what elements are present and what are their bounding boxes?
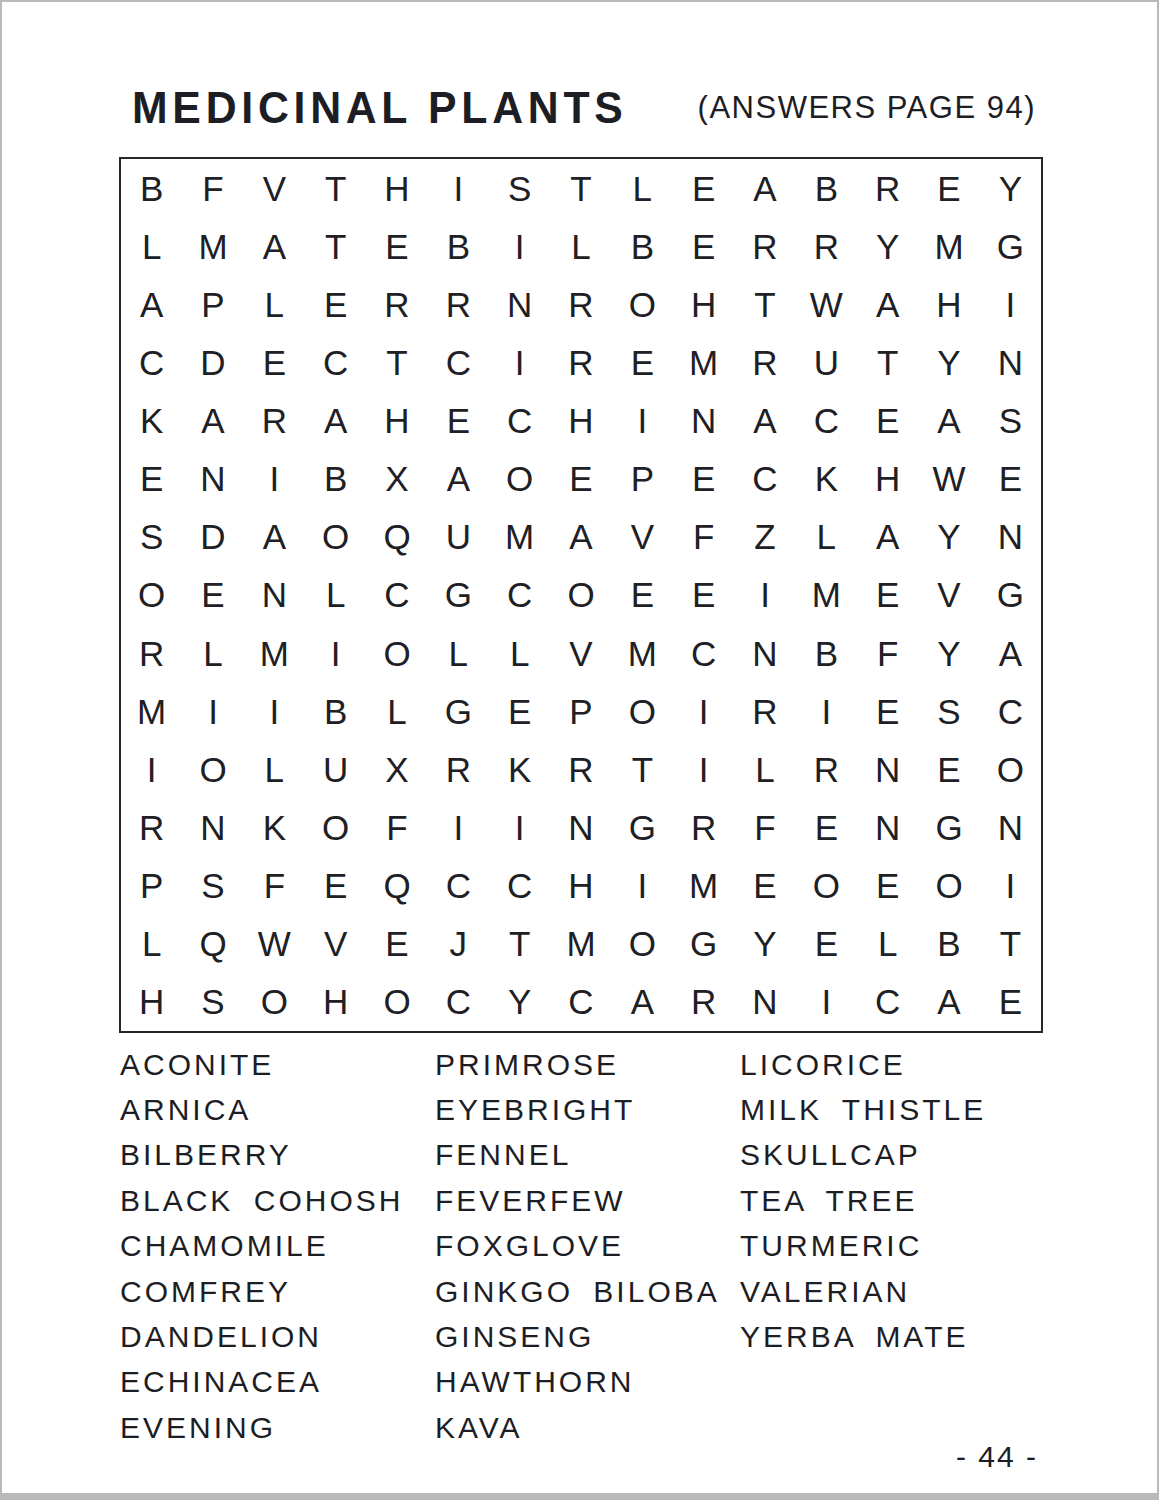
grid-cell-r15c6: C xyxy=(428,973,489,1031)
grid-cell-r14c5: E xyxy=(366,915,427,973)
grid-cell-r13c7: C xyxy=(489,857,550,915)
word-item: VALERIAN xyxy=(740,1269,986,1314)
grid-cell-r15c15: E xyxy=(980,973,1041,1031)
grid-cell-r3c12: W xyxy=(796,275,857,333)
grid-cell-r6c1: E xyxy=(121,450,182,508)
grid-cell-r6c4: B xyxy=(305,450,366,508)
grid-cell-r13c5: Q xyxy=(366,857,427,915)
grid-cell-r12c7: I xyxy=(489,798,550,856)
grid-cell-r7c6: U xyxy=(428,508,489,566)
grid-cell-r12c9: G xyxy=(612,798,673,856)
grid-cell-r7c12: L xyxy=(796,508,857,566)
grid-cell-r10c7: E xyxy=(489,682,550,740)
grid-cell-r6c7: O xyxy=(489,450,550,508)
grid-cell-r2c9: B xyxy=(612,217,673,275)
grid-cell-r7c9: V xyxy=(612,508,673,566)
grid-cell-r5c3: R xyxy=(244,392,305,450)
word-item: FEVERFEW xyxy=(435,1178,720,1223)
grid-cell-r1c10: E xyxy=(673,159,734,217)
word-item: HAWTHORN xyxy=(435,1360,720,1405)
grid-cell-r14c2: Q xyxy=(182,915,243,973)
grid-cell-r1c11: A xyxy=(734,159,795,217)
grid-cell-r9c14: Y xyxy=(918,624,979,682)
grid-cell-r8c3: N xyxy=(244,566,305,624)
grid-cell-r4c2: D xyxy=(182,333,243,391)
grid-cell-r6c8: E xyxy=(550,450,611,508)
word-item: GINSENG xyxy=(435,1314,720,1359)
grid-cell-r14c4: V xyxy=(305,915,366,973)
grid-cell-r12c11: F xyxy=(734,798,795,856)
grid-cell-r6c12: K xyxy=(796,450,857,508)
grid-cell-r7c11: Z xyxy=(734,508,795,566)
grid-cell-r11c9: T xyxy=(612,740,673,798)
word-item: MILK THISTLE xyxy=(740,1087,986,1132)
grid-cell-r1c15: Y xyxy=(980,159,1041,217)
word-list-column-1: ACONITEARNICABILBERRYBLACK COHOSHCHAMOMI… xyxy=(120,1042,403,1451)
grid-cell-r8c15: G xyxy=(980,566,1041,624)
grid-cell-r2c14: M xyxy=(918,217,979,275)
grid-cell-r14c1: L xyxy=(121,915,182,973)
grid-cell-r6c15: E xyxy=(980,450,1041,508)
grid-cell-r1c5: H xyxy=(366,159,427,217)
grid-cell-r9c7: L xyxy=(489,624,550,682)
grid-cell-r3c1: A xyxy=(121,275,182,333)
grid-cell-r4c13: T xyxy=(857,333,918,391)
grid-cell-r14c9: O xyxy=(612,915,673,973)
grid-cell-r9c10: C xyxy=(673,624,734,682)
grid-cell-r5c13: E xyxy=(857,392,918,450)
grid-cell-r12c8: N xyxy=(550,798,611,856)
grid-cell-r7c2: D xyxy=(182,508,243,566)
grid-cell-r1c2: F xyxy=(182,159,243,217)
grid-cell-r3c5: R xyxy=(366,275,427,333)
grid-cell-r2c2: M xyxy=(182,217,243,275)
grid-cell-r10c14: S xyxy=(918,682,979,740)
grid-cell-r13c1: P xyxy=(121,857,182,915)
word-item: BILBERRY xyxy=(120,1133,403,1178)
grid-cell-r10c13: E xyxy=(857,682,918,740)
grid-cell-r5c12: C xyxy=(796,392,857,450)
grid-cell-r11c7: K xyxy=(489,740,550,798)
word-item: SKULLCAP xyxy=(740,1133,986,1178)
word-item: FOXGLOVE xyxy=(435,1224,720,1269)
grid-cell-r5c7: C xyxy=(489,392,550,450)
grid-cell-r2c11: R xyxy=(734,217,795,275)
grid-cell-r15c11: N xyxy=(734,973,795,1031)
word-item: YERBA MATE xyxy=(740,1314,986,1359)
grid-cell-r15c2: S xyxy=(182,973,243,1031)
grid-cell-r2c13: Y xyxy=(857,217,918,275)
grid-cell-r6c14: W xyxy=(918,450,979,508)
grid-cell-r14c7: T xyxy=(489,915,550,973)
grid-cell-r1c12: B xyxy=(796,159,857,217)
grid-cell-r7c7: M xyxy=(489,508,550,566)
grid-cell-r11c10: I xyxy=(673,740,734,798)
word-item: EYEBRIGHT xyxy=(435,1087,720,1132)
grid-cell-r9c12: B xyxy=(796,624,857,682)
grid-cell-r5c4: A xyxy=(305,392,366,450)
grid-cell-r11c4: U xyxy=(305,740,366,798)
grid-cell-r14c10: G xyxy=(673,915,734,973)
grid-cell-r2c12: R xyxy=(796,217,857,275)
grid-cell-r3c15: I xyxy=(980,275,1041,333)
grid-cell-r10c3: I xyxy=(244,682,305,740)
grid-cell-r3c7: N xyxy=(489,275,550,333)
grid-cell-r14c14: B xyxy=(918,915,979,973)
grid-cell-r11c15: O xyxy=(980,740,1041,798)
grid-cell-r10c8: P xyxy=(550,682,611,740)
grid-cell-r6c11: C xyxy=(734,450,795,508)
grid-cell-r9c5: O xyxy=(366,624,427,682)
grid-cell-r7c8: A xyxy=(550,508,611,566)
grid-cell-r12c6: I xyxy=(428,798,489,856)
grid-cell-r8c14: V xyxy=(918,566,979,624)
grid-cell-r15c8: C xyxy=(550,973,611,1031)
grid-cell-r3c11: T xyxy=(734,275,795,333)
grid-cell-r13c13: E xyxy=(857,857,918,915)
page-title: MEDICINAL PLANTS xyxy=(132,82,628,134)
grid-cell-r4c6: C xyxy=(428,333,489,391)
grid-cell-r7c4: O xyxy=(305,508,366,566)
grid-cell-r8c12: M xyxy=(796,566,857,624)
grid-cell-r15c14: A xyxy=(918,973,979,1031)
grid-cell-r15c13: C xyxy=(857,973,918,1031)
grid-cell-r1c7: S xyxy=(489,159,550,217)
grid-cell-r8c4: L xyxy=(305,566,366,624)
grid-cell-r1c1: B xyxy=(121,159,182,217)
grid-cell-r2c1: L xyxy=(121,217,182,275)
grid-cell-r6c13: H xyxy=(857,450,918,508)
grid-cell-r13c2: S xyxy=(182,857,243,915)
wordsearch-grid: BFVTHISTLEABREYLMATEBILBERRYMGAPLERRNROH… xyxy=(119,157,1043,1033)
grid-cell-r5c8: H xyxy=(550,392,611,450)
grid-cell-r4c5: T xyxy=(366,333,427,391)
grid-cell-r4c11: R xyxy=(734,333,795,391)
grid-cell-r3c13: A xyxy=(857,275,918,333)
word-item: COMFREY xyxy=(120,1269,403,1314)
grid-cell-r5c6: E xyxy=(428,392,489,450)
grid-cell-r7c3: A xyxy=(244,508,305,566)
grid-cell-r4c12: U xyxy=(796,333,857,391)
grid-cell-r11c12: R xyxy=(796,740,857,798)
grid-cell-r2c5: E xyxy=(366,217,427,275)
grid-cell-r4c8: R xyxy=(550,333,611,391)
puzzle-page: MEDICINAL PLANTS (ANSWERS PAGE 94) BFVTH… xyxy=(0,0,1159,1500)
grid-cell-r4c3: E xyxy=(244,333,305,391)
grid-cell-r15c5: O xyxy=(366,973,427,1031)
word-item: TURMERIC xyxy=(740,1224,986,1269)
grid-cell-r11c5: X xyxy=(366,740,427,798)
grid-cell-r5c15: S xyxy=(980,392,1041,450)
grid-cell-r10c6: G xyxy=(428,682,489,740)
grid-cell-r8c8: O xyxy=(550,566,611,624)
grid-cell-r6c10: E xyxy=(673,450,734,508)
grid-cell-r12c2: N xyxy=(182,798,243,856)
grid-cell-r15c12: I xyxy=(796,973,857,1031)
grid-cell-r12c10: R xyxy=(673,798,734,856)
grid-cell-r3c8: R xyxy=(550,275,611,333)
grid-cell-r4c9: E xyxy=(612,333,673,391)
grid-cell-r11c3: L xyxy=(244,740,305,798)
grid-cell-r13c6: C xyxy=(428,857,489,915)
grid-cell-r13c15: I xyxy=(980,857,1041,915)
word-item: GINKGO BILOBA xyxy=(435,1269,720,1314)
grid-cell-r3c14: H xyxy=(918,275,979,333)
grid-cell-r8c6: G xyxy=(428,566,489,624)
grid-cell-r15c10: R xyxy=(673,973,734,1031)
grid-cell-r13c4: E xyxy=(305,857,366,915)
grid-cell-r10c4: B xyxy=(305,682,366,740)
grid-cell-r12c4: O xyxy=(305,798,366,856)
grid-cell-r13c9: I xyxy=(612,857,673,915)
grid-cell-r14c13: L xyxy=(857,915,918,973)
word-item: KAVA xyxy=(435,1405,720,1450)
grid-cell-r12c5: F xyxy=(366,798,427,856)
word-list-column-3: LICORICEMILK THISTLESKULLCAPTEA TREETURM… xyxy=(740,1042,986,1360)
grid-cell-r1c13: R xyxy=(857,159,918,217)
grid-cell-r3c6: R xyxy=(428,275,489,333)
grid-cell-r12c3: K xyxy=(244,798,305,856)
grid-cell-r9c4: I xyxy=(305,624,366,682)
grid-cell-r9c15: A xyxy=(980,624,1041,682)
word-item: PRIMROSE xyxy=(435,1042,720,1087)
word-item: ARNICA xyxy=(120,1087,403,1132)
grid-cell-r8c11: I xyxy=(734,566,795,624)
grid-cell-r11c14: E xyxy=(918,740,979,798)
grid-cell-r5c11: A xyxy=(734,392,795,450)
word-list-column-2: PRIMROSEEYEBRIGHTFENNELFEVERFEWFOXGLOVEG… xyxy=(435,1042,720,1451)
grid-cell-r14c8: M xyxy=(550,915,611,973)
grid-cell-r1c14: E xyxy=(918,159,979,217)
grid-cell-r10c9: O xyxy=(612,682,673,740)
grid-cell-r6c5: X xyxy=(366,450,427,508)
grid-cell-r13c11: E xyxy=(734,857,795,915)
grid-cell-r6c3: I xyxy=(244,450,305,508)
word-item: TEA TREE xyxy=(740,1178,986,1223)
answers-note: (ANSWERS PAGE 94) xyxy=(698,90,1036,126)
word-item: DANDELION xyxy=(120,1314,403,1359)
grid-cell-r7c13: A xyxy=(857,508,918,566)
grid-cell-r9c6: L xyxy=(428,624,489,682)
grid-cell-r2c8: L xyxy=(550,217,611,275)
grid-cell-r10c12: I xyxy=(796,682,857,740)
word-item: FENNEL xyxy=(435,1133,720,1178)
grid-cell-r11c13: N xyxy=(857,740,918,798)
grid-cell-r14c12: E xyxy=(796,915,857,973)
grid-cell-r1c8: T xyxy=(550,159,611,217)
grid-cell-r15c3: O xyxy=(244,973,305,1031)
grid-cell-r4c15: N xyxy=(980,333,1041,391)
grid-cell-r9c3: M xyxy=(244,624,305,682)
grid-cell-r7c14: Y xyxy=(918,508,979,566)
grid-cell-r10c11: R xyxy=(734,682,795,740)
grid-cell-r8c5: C xyxy=(366,566,427,624)
word-item: LICORICE xyxy=(740,1042,986,1087)
word-item: CHAMOMILE xyxy=(120,1224,403,1269)
grid-cell-r6c2: N xyxy=(182,450,243,508)
word-item: ECHINACEA xyxy=(120,1360,403,1405)
grid-cell-r4c14: Y xyxy=(918,333,979,391)
grid-cell-r8c7: C xyxy=(489,566,550,624)
grid-cell-r2c7: I xyxy=(489,217,550,275)
grid-cell-r14c3: W xyxy=(244,915,305,973)
grid-cell-r3c3: L xyxy=(244,275,305,333)
grid-cell-r12c12: E xyxy=(796,798,857,856)
grid-cell-r11c8: R xyxy=(550,740,611,798)
grid-cell-r8c10: E xyxy=(673,566,734,624)
grid-cell-r4c4: C xyxy=(305,333,366,391)
grid-cell-r10c10: I xyxy=(673,682,734,740)
grid-cell-r5c9: I xyxy=(612,392,673,450)
grid-cell-r5c2: A xyxy=(182,392,243,450)
grid-cell-r9c13: F xyxy=(857,624,918,682)
page-number: - 44 - xyxy=(956,1440,1038,1474)
grid-cell-r3c4: E xyxy=(305,275,366,333)
grid-cell-r11c6: R xyxy=(428,740,489,798)
grid-cell-r14c11: Y xyxy=(734,915,795,973)
grid-cell-r11c11: L xyxy=(734,740,795,798)
grid-cell-r12c14: G xyxy=(918,798,979,856)
grid-cell-r5c1: K xyxy=(121,392,182,450)
grid-cell-r1c3: V xyxy=(244,159,305,217)
word-item: EVENING xyxy=(120,1405,403,1450)
grid-cell-r2c15: G xyxy=(980,217,1041,275)
grid-cell-r7c5: Q xyxy=(366,508,427,566)
grid-cell-r12c1: R xyxy=(121,798,182,856)
grid-cell-r15c7: Y xyxy=(489,973,550,1031)
grid-cell-r6c9: P xyxy=(612,450,673,508)
grid-cell-r14c6: J xyxy=(428,915,489,973)
grid-cell-r2c4: T xyxy=(305,217,366,275)
grid-cell-r7c15: N xyxy=(980,508,1041,566)
grid-cell-r6c6: A xyxy=(428,450,489,508)
grid-cell-r10c15: C xyxy=(980,682,1041,740)
grid-cell-r7c10: F xyxy=(673,508,734,566)
grid-cell-r8c13: E xyxy=(857,566,918,624)
grid-cell-r9c2: L xyxy=(182,624,243,682)
grid-cell-r15c4: H xyxy=(305,973,366,1031)
grid-cell-r4c1: C xyxy=(121,333,182,391)
grid-cell-r1c9: L xyxy=(612,159,673,217)
grid-cell-r5c14: A xyxy=(918,392,979,450)
grid-cell-r8c9: E xyxy=(612,566,673,624)
grid-cell-r5c10: N xyxy=(673,392,734,450)
word-item: ACONITE xyxy=(120,1042,403,1087)
grid-cell-r9c11: N xyxy=(734,624,795,682)
grid-cell-r3c2: P xyxy=(182,275,243,333)
grid-cell-r8c2: E xyxy=(182,566,243,624)
grid-cell-r2c6: B xyxy=(428,217,489,275)
grid-cell-r13c14: O xyxy=(918,857,979,915)
grid-cell-r1c6: I xyxy=(428,159,489,217)
grid-cell-r3c9: O xyxy=(612,275,673,333)
grid-cell-r9c1: R xyxy=(121,624,182,682)
grid-cell-r9c9: M xyxy=(612,624,673,682)
grid-cell-r12c15: N xyxy=(980,798,1041,856)
grid-cell-r1c4: T xyxy=(305,159,366,217)
grid-cell-r3c10: H xyxy=(673,275,734,333)
word-item: BLACK COHOSH xyxy=(120,1178,403,1223)
grid-cell-r13c12: O xyxy=(796,857,857,915)
grid-cell-r12c13: N xyxy=(857,798,918,856)
grid-cell-r15c9: A xyxy=(612,973,673,1031)
grid-cell-r5c5: H xyxy=(366,392,427,450)
grid-cell-r2c3: A xyxy=(244,217,305,275)
grid-cell-r7c1: S xyxy=(121,508,182,566)
grid-cell-r11c2: O xyxy=(182,740,243,798)
grid-cell-r11c1: I xyxy=(121,740,182,798)
grid-cell-r13c8: H xyxy=(550,857,611,915)
grid-cell-r2c10: E xyxy=(673,217,734,275)
grid-cell-r10c5: L xyxy=(366,682,427,740)
grid-cell-r4c7: I xyxy=(489,333,550,391)
grid-cell-r10c2: I xyxy=(182,682,243,740)
grid-cell-r15c1: H xyxy=(121,973,182,1031)
grid-cell-r8c1: O xyxy=(121,566,182,624)
grid-cell-r10c1: M xyxy=(121,682,182,740)
grid-cell-r13c3: F xyxy=(244,857,305,915)
grid-cell-r13c10: M xyxy=(673,857,734,915)
grid-cell-r9c8: V xyxy=(550,624,611,682)
grid-cell-r4c10: M xyxy=(673,333,734,391)
grid-cell-r14c15: T xyxy=(980,915,1041,973)
